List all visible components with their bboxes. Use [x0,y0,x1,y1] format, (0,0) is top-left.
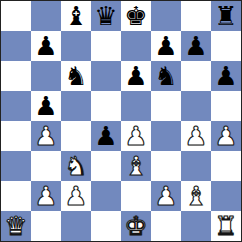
square-e3[interactable]: ♝ [121,151,151,181]
square-h3[interactable] [211,151,241,181]
square-e8[interactable]: ♚ [121,1,151,31]
square-f6[interactable]: ♞ [151,61,181,91]
square-f1[interactable] [151,211,181,241]
square-e4[interactable]: ♟ [121,121,151,151]
square-c4[interactable] [61,121,91,151]
white-king: ♚ [124,213,147,239]
white-queen: ♛ [4,213,27,239]
square-b3[interactable] [31,151,61,181]
square-f5[interactable] [151,91,181,121]
black-king: ♚ [124,3,147,29]
square-c5[interactable] [61,91,91,121]
white-pawn: ♟ [34,123,57,149]
square-g5[interactable] [181,91,211,121]
square-e7[interactable] [121,31,151,61]
square-h1[interactable]: ♜ [211,211,241,241]
square-d2[interactable] [91,181,121,211]
square-d7[interactable] [91,31,121,61]
white-pawn: ♟ [154,183,177,209]
square-a5[interactable] [1,91,31,121]
square-d6[interactable] [91,61,121,91]
square-a6[interactable] [1,61,31,91]
black-pawn: ♟ [34,33,57,59]
square-h4[interactable]: ♟ [211,121,241,151]
square-h6[interactable]: ♟ [211,61,241,91]
black-knight: ♞ [64,63,87,89]
black-pawn: ♟ [184,33,207,59]
white-bishop: ♝ [184,183,207,209]
square-h7[interactable] [211,31,241,61]
square-a7[interactable] [1,31,31,61]
square-c2[interactable]: ♟ [61,181,91,211]
square-c6[interactable]: ♞ [61,61,91,91]
white-knight: ♞ [64,153,87,179]
square-a8[interactable] [1,1,31,31]
square-g8[interactable] [181,1,211,31]
square-g3[interactable] [181,151,211,181]
square-b5[interactable]: ♟ [31,91,61,121]
square-a4[interactable] [1,121,31,151]
square-g7[interactable]: ♟ [181,31,211,61]
square-b7[interactable]: ♟ [31,31,61,61]
square-f3[interactable] [151,151,181,181]
chess-board: ♝♛♚♜♟♟♟♞♟♞♟♟♟♟♟♟♟♞♝♟♟♟♝♛♚♜ [0,0,242,242]
square-f8[interactable] [151,1,181,31]
square-e5[interactable] [121,91,151,121]
white-rook: ♜ [214,213,237,239]
square-a1[interactable]: ♛ [1,211,31,241]
square-g6[interactable] [181,61,211,91]
square-d1[interactable] [91,211,121,241]
square-f7[interactable]: ♟ [151,31,181,61]
white-pawn: ♟ [214,123,237,149]
white-pawn: ♟ [64,183,87,209]
square-d8[interactable]: ♛ [91,1,121,31]
black-bishop: ♝ [64,3,87,29]
square-e2[interactable] [121,181,151,211]
square-b8[interactable] [31,1,61,31]
black-pawn: ♟ [154,33,177,59]
white-pawn: ♟ [34,183,57,209]
white-bishop: ♝ [124,153,147,179]
black-rook: ♜ [214,3,237,29]
black-knight: ♞ [154,63,177,89]
black-pawn: ♟ [34,93,57,119]
black-pawn: ♟ [124,63,147,89]
square-b4[interactable]: ♟ [31,121,61,151]
square-g2[interactable]: ♝ [181,181,211,211]
white-pawn: ♟ [184,123,207,149]
square-f2[interactable]: ♟ [151,181,181,211]
square-b6[interactable] [31,61,61,91]
square-g4[interactable]: ♟ [181,121,211,151]
square-b1[interactable] [31,211,61,241]
square-c7[interactable] [61,31,91,61]
square-h5[interactable] [211,91,241,121]
black-pawn: ♟ [94,123,117,149]
square-a2[interactable] [1,181,31,211]
square-d5[interactable] [91,91,121,121]
square-e1[interactable]: ♚ [121,211,151,241]
square-g1[interactable] [181,211,211,241]
square-b2[interactable]: ♟ [31,181,61,211]
square-e6[interactable]: ♟ [121,61,151,91]
square-d4[interactable]: ♟ [91,121,121,151]
square-d3[interactable] [91,151,121,181]
square-c1[interactable] [61,211,91,241]
square-c8[interactable]: ♝ [61,1,91,31]
white-pawn: ♟ [124,123,147,149]
square-h2[interactable] [211,181,241,211]
square-f4[interactable] [151,121,181,151]
black-pawn: ♟ [214,63,237,89]
black-queen: ♛ [94,3,117,29]
square-a3[interactable] [1,151,31,181]
square-c3[interactable]: ♞ [61,151,91,181]
square-h8[interactable]: ♜ [211,1,241,31]
